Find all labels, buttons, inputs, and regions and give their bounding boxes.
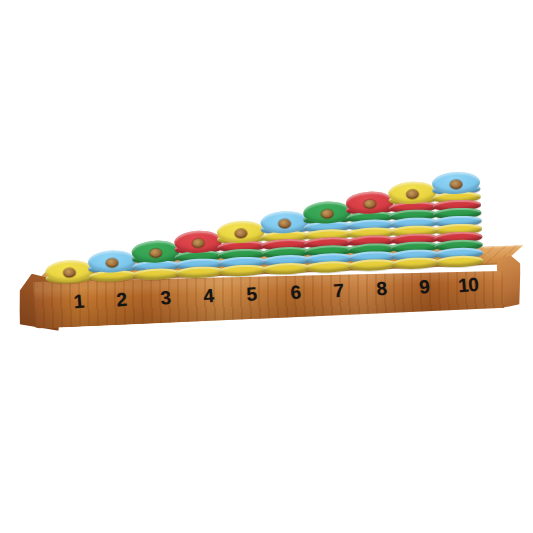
number-label-4: 4 [203,285,215,308]
ring-yellow[interactable] [392,257,440,270]
peg-tip [407,190,419,199]
wooden-base: 12345678910 [20,138,506,158]
peg-tip [149,249,161,258]
peg-tip [235,229,247,238]
peg-tip [364,200,376,209]
number-label-6: 6 [289,282,301,305]
peg-tip [63,268,75,277]
peg-stack-4[interactable] [174,230,224,279]
peg-tip [278,219,290,228]
number-label-2: 2 [116,289,128,312]
number-label-1: 1 [73,291,85,314]
peg-tip [192,239,204,248]
ring-yellow[interactable] [219,264,267,277]
number-label-10: 10 [457,274,479,297]
ring-yellow[interactable] [175,266,223,279]
peg-tip [106,259,118,268]
peg-stack-3[interactable] [131,240,181,281]
product-photo-canvas: 12345678910 [0,0,533,533]
peg-stack-2[interactable] [88,249,137,282]
number-label-9: 9 [419,276,431,299]
number-label-7: 7 [332,280,344,303]
ring-stacks [20,138,506,158]
peg-tip [450,180,462,189]
peg-tip [321,210,333,219]
number-label-5: 5 [246,283,258,306]
peg-stack-10[interactable] [431,171,483,268]
peg-stack-1[interactable] [45,259,94,284]
number-label-3: 3 [159,287,171,310]
number-label-8: 8 [376,278,388,301]
counting-stacker-toy: 12345678910 [20,138,513,340]
ring-yellow[interactable] [348,259,396,272]
ring-yellow[interactable] [305,260,353,273]
